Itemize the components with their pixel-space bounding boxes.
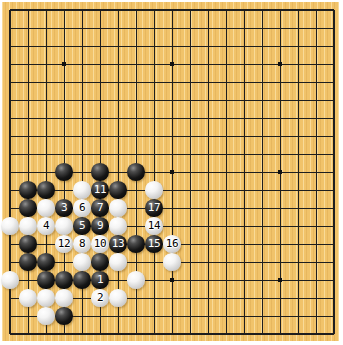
move-number-label: 13 xyxy=(112,238,124,249)
move-number-label: 9 xyxy=(97,220,103,231)
white-stone xyxy=(145,181,162,198)
move-number-label: 3 xyxy=(61,202,67,213)
move-number-label: 10 xyxy=(94,238,106,249)
black-stone: 3 xyxy=(55,199,72,216)
white-stone xyxy=(37,307,54,324)
white-stone xyxy=(109,217,126,234)
black-stone: 1 xyxy=(91,271,108,288)
black-stone xyxy=(19,253,36,270)
black-stone: 9 xyxy=(91,217,108,234)
black-stone: 15 xyxy=(145,235,162,252)
black-stone xyxy=(91,163,108,180)
black-stone xyxy=(55,163,72,180)
move-number-label: 16 xyxy=(166,238,178,249)
white-stone: 2 xyxy=(91,289,108,306)
white-stone xyxy=(37,199,54,216)
black-stone xyxy=(109,181,126,198)
move-number-label: 4 xyxy=(43,220,49,231)
white-stone: 6 xyxy=(73,199,90,216)
black-stone xyxy=(55,307,72,324)
black-stone xyxy=(37,181,54,198)
white-stone xyxy=(1,217,18,234)
black-stone xyxy=(37,253,54,270)
black-stone xyxy=(91,253,108,270)
move-number-label: 7 xyxy=(97,202,103,213)
white-stone xyxy=(109,199,126,216)
black-stone xyxy=(19,181,36,198)
white-stone: 4 xyxy=(37,217,54,234)
white-stone xyxy=(55,289,72,306)
move-number-label: 11 xyxy=(94,184,106,195)
white-stone xyxy=(73,181,90,198)
move-number-label: 2 xyxy=(97,292,103,303)
white-stone: 14 xyxy=(145,217,162,234)
black-stone xyxy=(37,271,54,288)
white-stone xyxy=(109,289,126,306)
white-stone: 16 xyxy=(163,235,180,252)
white-stone xyxy=(73,253,90,270)
white-stone xyxy=(109,253,126,270)
white-stone xyxy=(19,217,36,234)
white-stone xyxy=(127,271,144,288)
black-stone: 5 xyxy=(73,217,90,234)
black-stone xyxy=(19,199,36,216)
move-number-label: 8 xyxy=(79,238,85,249)
move-number-label: 14 xyxy=(148,220,160,231)
black-stone: 17 xyxy=(145,199,162,216)
white-stone: 8 xyxy=(73,235,90,252)
white-stone xyxy=(19,289,36,306)
go-diagram: 1136717459141281013151612 xyxy=(0,0,343,345)
move-number-label: 12 xyxy=(58,238,70,249)
white-stone xyxy=(1,271,18,288)
black-stone xyxy=(127,163,144,180)
move-number-label: 1 xyxy=(97,274,103,285)
black-stone xyxy=(19,235,36,252)
black-stone xyxy=(55,271,72,288)
move-number-label: 17 xyxy=(148,202,160,213)
move-number-label: 5 xyxy=(79,220,85,231)
white-stone xyxy=(163,253,180,270)
stones-layer: 1136717459141281013151612 xyxy=(0,0,343,345)
white-stone xyxy=(55,217,72,234)
black-stone xyxy=(127,235,144,252)
black-stone: 11 xyxy=(91,181,108,198)
black-stone xyxy=(73,271,90,288)
white-stone xyxy=(37,289,54,306)
white-stone: 10 xyxy=(91,235,108,252)
move-number-label: 6 xyxy=(79,202,85,213)
move-number-label: 15 xyxy=(148,238,160,249)
white-stone: 12 xyxy=(55,235,72,252)
black-stone: 7 xyxy=(91,199,108,216)
black-stone: 13 xyxy=(109,235,126,252)
